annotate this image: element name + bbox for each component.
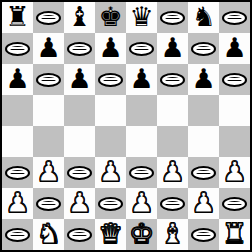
square-g1[interactable] [188,219,219,250]
square-f6[interactable] [157,64,188,95]
square-c7[interactable] [64,33,95,64]
square-b5[interactable] [33,95,64,126]
square-g3[interactable] [188,157,219,188]
square-h4[interactable] [219,126,250,157]
white-disc-piece [160,11,185,25]
square-b7[interactable]: ♟ [33,33,64,64]
square-d7[interactable]: ♟ [95,33,126,64]
square-a5[interactable] [2,95,33,126]
white-disc-piece [98,73,123,87]
piece-white-pawn: ♟ [160,156,184,187]
square-h1[interactable]: ♜ [219,219,250,250]
square-a2[interactable]: ♟ [2,188,33,219]
piece-white-pawn: ♟ [129,187,153,218]
square-f4[interactable] [157,126,188,157]
square-e5[interactable] [126,95,157,126]
piece-black-pawn: ♟ [36,32,60,63]
white-disc-piece [222,197,247,211]
square-g5[interactable] [188,95,219,126]
piece-white-rook: ♜ [222,218,246,249]
square-g2[interactable]: ♟ [188,188,219,219]
square-h5[interactable] [219,95,250,126]
piece-white-pawn: ♟ [191,187,215,218]
piece-white-knight: ♞ [36,218,60,249]
square-e6[interactable]: ♟ [126,64,157,95]
square-d1[interactable]: ♛ [95,219,126,250]
white-disc-piece [67,166,92,180]
square-d6[interactable] [95,64,126,95]
square-b8[interactable] [33,2,64,33]
white-disc-piece [36,73,61,87]
white-disc-piece [67,42,92,56]
square-d8[interactable]: ♚ [95,2,126,33]
square-c2[interactable]: ♟ [64,188,95,219]
square-c4[interactable] [64,126,95,157]
square-c5[interactable] [64,95,95,126]
square-g6[interactable]: ♟ [188,64,219,95]
piece-black-pawn: ♟ [191,63,215,94]
square-d2[interactable] [95,188,126,219]
piece-black-pawn: ♟ [160,32,184,63]
square-e4[interactable] [126,126,157,157]
square-d5[interactable] [95,95,126,126]
piece-black-pawn: ♟ [129,63,153,94]
piece-black-knight: ♞ [191,1,215,32]
white-disc-piece [222,73,247,87]
piece-white-pawn: ♟ [5,187,29,218]
white-disc-piece [191,42,216,56]
square-a8[interactable]: ♜ [2,2,33,33]
square-f3[interactable]: ♟ [157,157,188,188]
white-disc-piece [36,197,61,211]
square-f1[interactable]: ♝ [157,219,188,250]
square-c8[interactable]: ♝ [64,2,95,33]
square-e2[interactable]: ♟ [126,188,157,219]
white-disc-piece [160,73,185,87]
white-disc-piece [129,42,154,56]
square-h6[interactable] [219,64,250,95]
square-b4[interactable] [33,126,64,157]
white-disc-piece [129,166,154,180]
white-disc-piece [98,197,123,211]
piece-black-pawn: ♟ [222,32,246,63]
piece-white-bishop: ♝ [160,218,184,249]
white-disc-piece [5,228,30,242]
white-disc-piece [191,228,216,242]
square-d4[interactable] [95,126,126,157]
square-a1[interactable] [2,219,33,250]
square-f7[interactable]: ♟ [157,33,188,64]
square-b3[interactable]: ♟ [33,157,64,188]
square-b2[interactable] [33,188,64,219]
piece-black-queen: ♛ [129,1,153,32]
piece-black-pawn: ♟ [98,32,122,63]
piece-black-king: ♚ [98,1,122,32]
square-c3[interactable] [64,157,95,188]
square-b6[interactable] [33,64,64,95]
square-f8[interactable] [157,2,188,33]
square-f2[interactable] [157,188,188,219]
piece-black-pawn: ♟ [67,63,91,94]
white-disc-piece [67,228,92,242]
square-b1[interactable]: ♞ [33,219,64,250]
square-h8[interactable] [219,2,250,33]
square-g7[interactable] [188,33,219,64]
square-h2[interactable] [219,188,250,219]
square-c6[interactable]: ♟ [64,64,95,95]
square-h7[interactable]: ♟ [219,33,250,64]
chess-board: ♜♝♚♛♞♟♟♟♟♟♟♟♟♟♟♟♟♟♟♟♟♞♛♚♝♜ [0,0,252,252]
square-g4[interactable] [188,126,219,157]
piece-white-pawn: ♟ [222,156,246,187]
piece-white-pawn: ♟ [98,156,122,187]
square-h3[interactable]: ♟ [219,157,250,188]
square-f5[interactable] [157,95,188,126]
square-g8[interactable]: ♞ [188,2,219,33]
white-disc-piece [5,166,30,180]
square-c1[interactable] [64,219,95,250]
piece-black-pawn: ♟ [5,63,29,94]
square-a3[interactable] [2,157,33,188]
square-a6[interactable]: ♟ [2,64,33,95]
square-a4[interactable] [2,126,33,157]
white-disc-piece [5,42,30,56]
square-e7[interactable] [126,33,157,64]
square-d3[interactable]: ♟ [95,157,126,188]
white-disc-piece [160,197,185,211]
white-disc-piece [36,11,61,25]
piece-black-rook: ♜ [5,1,29,32]
piece-black-bishop: ♝ [67,1,91,32]
piece-white-queen: ♛ [98,218,122,249]
square-a7[interactable] [2,33,33,64]
piece-white-pawn: ♟ [36,156,60,187]
square-e1[interactable]: ♚ [126,219,157,250]
white-disc-piece [222,11,247,25]
piece-white-pawn: ♟ [67,187,91,218]
white-disc-piece [191,166,216,180]
square-e3[interactable] [126,157,157,188]
square-e8[interactable]: ♛ [126,2,157,33]
piece-white-king: ♚ [129,218,153,249]
